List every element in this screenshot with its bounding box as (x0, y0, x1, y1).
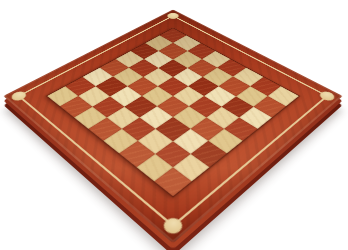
chess-board (3, 9, 342, 243)
chess-board-photo (0, 0, 348, 250)
